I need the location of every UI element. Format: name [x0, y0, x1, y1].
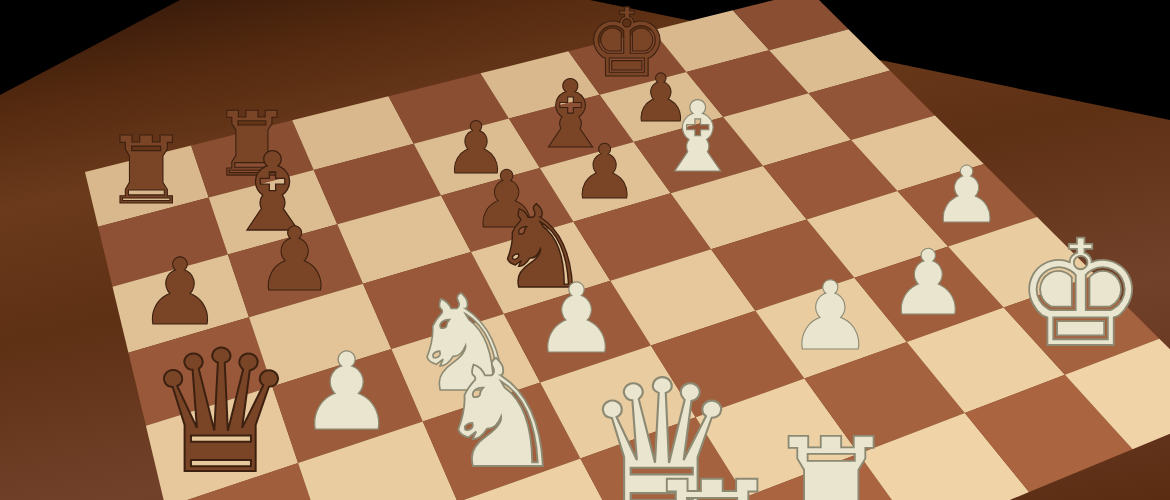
piece-white-knight-c3[interactable]: ♞	[434, 329, 567, 500]
piece-black-rook-a8[interactable]: ♜	[105, 117, 188, 225]
chess-3d-scene: ♜♜♚♝♝♟♟♟♟♟♟♝♞♛♟♞♟♟♞♟♟♟♟♛♚♜♜	[0, 0, 1170, 500]
piece-black-pawn-b6[interactable]: ♟	[255, 208, 334, 311]
piece-white-bishop-f6[interactable]: ♝	[654, 80, 742, 194]
piece-white-pawn-b4[interactable]: ♟	[299, 330, 395, 454]
piece-white-king-h2[interactable]: ♚	[1015, 209, 1147, 380]
piece-white-pawn-b2[interactable]: ♟	[351, 478, 471, 500]
chess-board: ♜♜♚♝♝♟♟♟♟♟♟♝♞♛♟♞♟♟♞♟♟♟♟♛♚♜♜	[0, 0, 1170, 500]
piece-black-queen-a4[interactable]: ♛	[145, 314, 297, 500]
piece-white-pawn-h4[interactable]: ♟	[932, 150, 1002, 240]
piece-white-pawn-g3[interactable]: ♟	[888, 230, 969, 335]
piece-white-rook-e1[interactable]: ♜	[764, 406, 899, 500]
piece-white-pawn-f3[interactable]: ♟	[788, 261, 873, 371]
